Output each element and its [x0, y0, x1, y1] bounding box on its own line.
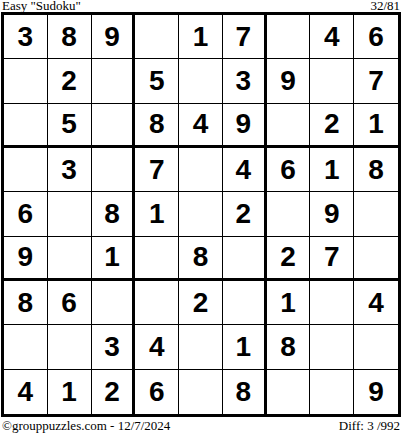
cell-r2c7[interactable]: 9 — [267, 59, 311, 103]
cell-r7c9[interactable]: 4 — [354, 281, 398, 325]
cell-r9c7[interactable] — [267, 370, 311, 414]
cell-r7c5[interactable]: 2 — [179, 281, 223, 325]
cell-r2c3[interactable] — [92, 59, 136, 103]
remaining-counter: 32/81 — [370, 0, 400, 12]
header-bar: Easy "Sudoku" 32/81 — [2, 0, 400, 12]
cell-r5c4[interactable]: 1 — [135, 192, 179, 236]
cell-r8c1[interactable] — [4, 325, 48, 369]
cell-r8c8[interactable] — [310, 325, 354, 369]
cell-r6c9[interactable] — [354, 237, 398, 281]
cell-r2c2[interactable]: 2 — [48, 59, 92, 103]
cell-r5c1[interactable]: 6 — [4, 192, 48, 236]
cell-r9c6[interactable]: 8 — [223, 370, 267, 414]
cell-r9c4[interactable]: 6 — [135, 370, 179, 414]
cell-r9c1[interactable]: 4 — [4, 370, 48, 414]
cell-r5c5[interactable] — [179, 192, 223, 236]
cell-r5c9[interactable] — [354, 192, 398, 236]
cell-r2c1[interactable] — [4, 59, 48, 103]
cell-r4c5[interactable] — [179, 148, 223, 192]
cell-r9c8[interactable] — [310, 370, 354, 414]
cell-r6c3[interactable]: 1 — [92, 237, 136, 281]
cell-r6c1[interactable]: 9 — [4, 237, 48, 281]
cell-r2c9[interactable]: 7 — [354, 59, 398, 103]
cell-r8c9[interactable] — [354, 325, 398, 369]
cell-r6c5[interactable]: 8 — [179, 237, 223, 281]
cell-r3c8[interactable]: 2 — [310, 104, 354, 148]
cell-r6c2[interactable] — [48, 237, 92, 281]
cell-r3c2[interactable]: 5 — [48, 104, 92, 148]
cell-r7c2[interactable]: 6 — [48, 281, 92, 325]
cell-r1c4[interactable] — [135, 15, 179, 59]
cell-r5c2[interactable] — [48, 192, 92, 236]
puzzle-title: Easy "Sudoku" — [2, 0, 81, 12]
cell-r4c4[interactable]: 7 — [135, 148, 179, 192]
cell-r8c4[interactable]: 4 — [135, 325, 179, 369]
cell-r7c8[interactable] — [310, 281, 354, 325]
cell-r4c9[interactable]: 8 — [354, 148, 398, 192]
cell-r6c8[interactable]: 7 — [310, 237, 354, 281]
cell-r3c6[interactable]: 9 — [223, 104, 267, 148]
cell-r4c8[interactable]: 1 — [310, 148, 354, 192]
cell-r8c3[interactable]: 3 — [92, 325, 136, 369]
cell-r7c4[interactable] — [135, 281, 179, 325]
cell-r2c4[interactable]: 5 — [135, 59, 179, 103]
cell-r8c2[interactable] — [48, 325, 92, 369]
cell-r1c7[interactable] — [267, 15, 311, 59]
cell-r6c7[interactable]: 2 — [267, 237, 311, 281]
cell-r9c2[interactable]: 1 — [48, 370, 92, 414]
difficulty-label: Diff: 3 /992 — [339, 419, 400, 433]
cell-r1c8[interactable]: 4 — [310, 15, 354, 59]
cell-r5c8[interactable]: 9 — [310, 192, 354, 236]
cell-r8c5[interactable] — [179, 325, 223, 369]
cell-r8c7[interactable]: 8 — [267, 325, 311, 369]
cell-r3c7[interactable] — [267, 104, 311, 148]
cell-r4c7[interactable]: 6 — [267, 148, 311, 192]
cell-r9c5[interactable] — [179, 370, 223, 414]
cell-r4c2[interactable]: 3 — [48, 148, 92, 192]
copyright-date: ©grouppuzzles.com - 12/7/2024 — [2, 419, 170, 433]
cell-r5c3[interactable]: 8 — [92, 192, 136, 236]
cell-r4c3[interactable] — [92, 148, 136, 192]
cell-r5c7[interactable] — [267, 192, 311, 236]
cell-r1c2[interactable]: 8 — [48, 15, 92, 59]
footer-bar: ©grouppuzzles.com - 12/7/2024 Diff: 3 /9… — [2, 419, 400, 433]
cell-r1c1[interactable]: 3 — [4, 15, 48, 59]
cell-r3c5[interactable]: 4 — [179, 104, 223, 148]
cell-r6c4[interactable] — [135, 237, 179, 281]
cell-r6c6[interactable] — [223, 237, 267, 281]
sudoku-board: 3891746253975849213746186812991827862143… — [1, 12, 401, 417]
cell-r8c6[interactable]: 1 — [223, 325, 267, 369]
cell-r2c5[interactable] — [179, 59, 223, 103]
cell-r3c3[interactable] — [92, 104, 136, 148]
cell-r7c7[interactable]: 1 — [267, 281, 311, 325]
cell-r9c3[interactable]: 2 — [92, 370, 136, 414]
cell-r1c6[interactable]: 7 — [223, 15, 267, 59]
cell-r4c6[interactable]: 4 — [223, 148, 267, 192]
cell-r5c6[interactable]: 2 — [223, 192, 267, 236]
cell-r3c4[interactable]: 8 — [135, 104, 179, 148]
cell-r9c9[interactable]: 9 — [354, 370, 398, 414]
cell-r1c5[interactable]: 1 — [179, 15, 223, 59]
cell-r4c1[interactable] — [4, 148, 48, 192]
cell-r1c3[interactable]: 9 — [92, 15, 136, 59]
cell-r3c9[interactable]: 1 — [354, 104, 398, 148]
cell-r7c3[interactable] — [92, 281, 136, 325]
cell-r3c1[interactable] — [4, 104, 48, 148]
cell-r2c8[interactable] — [310, 59, 354, 103]
cell-r7c6[interactable] — [223, 281, 267, 325]
cell-r1c9[interactable]: 6 — [354, 15, 398, 59]
cell-r2c6[interactable]: 3 — [223, 59, 267, 103]
cell-r7c1[interactable]: 8 — [4, 281, 48, 325]
